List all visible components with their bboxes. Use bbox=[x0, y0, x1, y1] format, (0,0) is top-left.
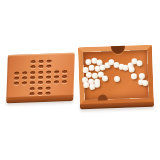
board-hole bbox=[30, 65, 35, 68]
board-hole bbox=[30, 76, 35, 79]
marble-layer bbox=[78, 45, 154, 106]
marble bbox=[136, 60, 142, 66]
board-hole bbox=[14, 71, 19, 74]
board-hole bbox=[38, 70, 43, 73]
board-hole bbox=[37, 92, 42, 95]
board-hole bbox=[29, 92, 34, 95]
board-hole bbox=[54, 81, 59, 84]
board-hole bbox=[38, 86, 43, 89]
marble bbox=[142, 80, 148, 86]
marble bbox=[131, 73, 137, 79]
board-hole bbox=[30, 81, 35, 84]
board-hole bbox=[14, 77, 19, 80]
marble-tray bbox=[78, 45, 154, 112]
board-hole bbox=[39, 60, 44, 63]
solitaire-board bbox=[6, 53, 75, 104]
board-hole bbox=[62, 80, 67, 83]
product-photo-peg-solitaire-set bbox=[0, 0, 160, 160]
board-hole bbox=[46, 70, 51, 73]
board-hole bbox=[30, 87, 35, 90]
solitaire-board-edge bbox=[6, 95, 73, 103]
marble bbox=[114, 76, 120, 82]
marble bbox=[94, 82, 100, 88]
board-hole bbox=[22, 76, 27, 79]
board-hole bbox=[22, 71, 27, 74]
board-hole bbox=[38, 76, 43, 79]
board-hole bbox=[45, 91, 50, 94]
marble bbox=[129, 66, 135, 72]
board-hole bbox=[46, 86, 51, 89]
solitaire-board-face bbox=[6, 53, 74, 98]
board-hole bbox=[47, 60, 52, 63]
board-hole bbox=[14, 82, 19, 85]
board-hole bbox=[46, 76, 51, 79]
board-hole bbox=[62, 70, 67, 73]
board-hole bbox=[38, 81, 43, 84]
board-hole bbox=[31, 60, 36, 63]
board-hole bbox=[30, 71, 35, 74]
board-hole bbox=[22, 82, 27, 85]
marble bbox=[102, 75, 108, 81]
board-hole bbox=[54, 75, 59, 78]
board-hole bbox=[54, 70, 59, 73]
board-hole bbox=[38, 65, 43, 68]
board-hole bbox=[62, 75, 67, 78]
board-hole bbox=[46, 81, 51, 84]
board-hole bbox=[46, 65, 51, 68]
